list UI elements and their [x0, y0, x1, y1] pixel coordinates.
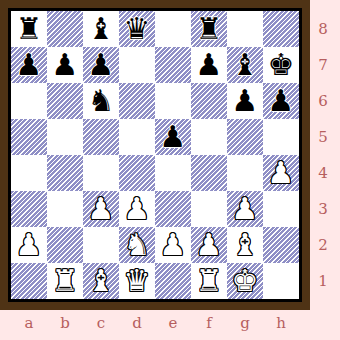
- square-g4[interactable]: [227, 155, 263, 191]
- piece-black-pawn[interactable]: ♟: [52, 47, 79, 83]
- rank-label-3: 3: [310, 191, 336, 227]
- square-a8[interactable]: ♜: [11, 11, 47, 47]
- square-g1[interactable]: ♚: [227, 263, 263, 299]
- square-g5[interactable]: [227, 119, 263, 155]
- square-b5[interactable]: [47, 119, 83, 155]
- piece-black-pawn[interactable]: ♟: [16, 47, 43, 83]
- rank-label-4: 4: [310, 155, 336, 191]
- square-b1[interactable]: ♜: [47, 263, 83, 299]
- square-a1[interactable]: [11, 263, 47, 299]
- board-border: ♜♝♛♜♟♟♟♟♝♚♞♟♟♟♟♟♟♟♟♞♟♟♝♜♝♛♜♚: [0, 0, 310, 310]
- square-a2[interactable]: ♟: [11, 227, 47, 263]
- square-e5[interactable]: ♟: [155, 119, 191, 155]
- file-label-d: d: [119, 310, 155, 336]
- square-e8[interactable]: [155, 11, 191, 47]
- square-e3[interactable]: [155, 191, 191, 227]
- square-b7[interactable]: ♟: [47, 47, 83, 83]
- square-f4[interactable]: [191, 155, 227, 191]
- square-e1[interactable]: [155, 263, 191, 299]
- piece-black-bishop[interactable]: ♝: [232, 47, 259, 83]
- square-c1[interactable]: ♝: [83, 263, 119, 299]
- square-b8[interactable]: [47, 11, 83, 47]
- square-d1[interactable]: ♛: [119, 263, 155, 299]
- piece-white-queen[interactable]: ♛: [124, 263, 151, 299]
- square-d5[interactable]: [119, 119, 155, 155]
- chess-board[interactable]: ♜♝♛♜♟♟♟♟♝♚♞♟♟♟♟♟♟♟♟♞♟♟♝♜♝♛♜♚: [11, 11, 299, 299]
- chess-diagram: ♜♝♛♜♟♟♟♟♝♚♞♟♟♟♟♟♟♟♟♞♟♟♝♜♝♛♜♚ abcdefgh 87…: [0, 0, 340, 340]
- square-f5[interactable]: [191, 119, 227, 155]
- piece-white-bishop[interactable]: ♝: [88, 263, 115, 299]
- file-label-a: a: [11, 310, 47, 336]
- square-c2[interactable]: [83, 227, 119, 263]
- file-label-f: f: [191, 310, 227, 336]
- square-f7[interactable]: ♟: [191, 47, 227, 83]
- file-label-b: b: [47, 310, 83, 336]
- piece-white-pawn[interactable]: ♟: [160, 227, 187, 263]
- square-a7[interactable]: ♟: [11, 47, 47, 83]
- piece-black-king[interactable]: ♚: [268, 47, 295, 83]
- square-a6[interactable]: [11, 83, 47, 119]
- square-g2[interactable]: ♝: [227, 227, 263, 263]
- piece-white-pawn[interactable]: ♟: [124, 191, 151, 227]
- piece-black-pawn[interactable]: ♟: [88, 47, 115, 83]
- piece-white-pawn[interactable]: ♟: [232, 191, 259, 227]
- square-b2[interactable]: [47, 227, 83, 263]
- square-b4[interactable]: [47, 155, 83, 191]
- square-c4[interactable]: [83, 155, 119, 191]
- rank-label-5: 5: [310, 119, 336, 155]
- piece-black-pawn[interactable]: ♟: [268, 83, 295, 119]
- square-c7[interactable]: ♟: [83, 47, 119, 83]
- square-e2[interactable]: ♟: [155, 227, 191, 263]
- square-e4[interactable]: [155, 155, 191, 191]
- piece-white-pawn[interactable]: ♟: [196, 227, 223, 263]
- square-h1[interactable]: [263, 263, 299, 299]
- file-labels: abcdefgh: [11, 310, 299, 336]
- piece-black-bishop[interactable]: ♝: [88, 11, 115, 47]
- square-f2[interactable]: ♟: [191, 227, 227, 263]
- piece-black-rook[interactable]: ♜: [16, 11, 43, 47]
- square-g8[interactable]: [227, 11, 263, 47]
- square-d4[interactable]: [119, 155, 155, 191]
- square-d2[interactable]: ♞: [119, 227, 155, 263]
- square-a3[interactable]: [11, 191, 47, 227]
- square-h6[interactable]: ♟: [263, 83, 299, 119]
- square-g6[interactable]: ♟: [227, 83, 263, 119]
- file-label-c: c: [83, 310, 119, 336]
- square-e7[interactable]: [155, 47, 191, 83]
- square-h8[interactable]: [263, 11, 299, 47]
- piece-white-rook[interactable]: ♜: [52, 263, 79, 299]
- piece-white-pawn[interactable]: ♟: [16, 227, 43, 263]
- square-f8[interactable]: ♜: [191, 11, 227, 47]
- square-d6[interactable]: [119, 83, 155, 119]
- rank-labels: 87654321: [310, 11, 336, 299]
- square-g3[interactable]: ♟: [227, 191, 263, 227]
- square-d3[interactable]: ♟: [119, 191, 155, 227]
- rank-label-7: 7: [310, 47, 336, 83]
- square-f3[interactable]: [191, 191, 227, 227]
- rank-label-2: 2: [310, 227, 336, 263]
- board-inner-frame: ♜♝♛♜♟♟♟♟♝♚♞♟♟♟♟♟♟♟♟♞♟♟♝♜♝♛♜♚: [8, 8, 302, 302]
- square-a4[interactable]: [11, 155, 47, 191]
- file-label-e: e: [155, 310, 191, 336]
- piece-black-pawn[interactable]: ♟: [196, 47, 223, 83]
- square-f6[interactable]: [191, 83, 227, 119]
- piece-black-knight[interactable]: ♞: [88, 83, 115, 119]
- file-label-g: g: [227, 310, 263, 336]
- square-h5[interactable]: [263, 119, 299, 155]
- piece-white-rook[interactable]: ♜: [196, 263, 223, 299]
- piece-white-knight[interactable]: ♞: [124, 227, 151, 263]
- piece-white-king[interactable]: ♚: [232, 263, 259, 299]
- square-c8[interactable]: ♝: [83, 11, 119, 47]
- square-c6[interactable]: ♞: [83, 83, 119, 119]
- square-g7[interactable]: ♝: [227, 47, 263, 83]
- square-b6[interactable]: [47, 83, 83, 119]
- piece-white-pawn[interactable]: ♟: [88, 191, 115, 227]
- square-d8[interactable]: ♛: [119, 11, 155, 47]
- square-c5[interactable]: [83, 119, 119, 155]
- piece-white-bishop[interactable]: ♝: [232, 227, 259, 263]
- piece-black-pawn[interactable]: ♟: [232, 83, 259, 119]
- square-a5[interactable]: [11, 119, 47, 155]
- rank-label-8: 8: [310, 11, 336, 47]
- square-h2[interactable]: [263, 227, 299, 263]
- square-h3[interactable]: [263, 191, 299, 227]
- square-e6[interactable]: [155, 83, 191, 119]
- piece-black-pawn[interactable]: ♟: [160, 119, 187, 155]
- piece-white-pawn[interactable]: ♟: [268, 155, 295, 191]
- rank-label-6: 6: [310, 83, 336, 119]
- square-b3[interactable]: [47, 191, 83, 227]
- square-d7[interactable]: [119, 47, 155, 83]
- square-h4[interactable]: ♟: [263, 155, 299, 191]
- square-h7[interactable]: ♚: [263, 47, 299, 83]
- square-c3[interactable]: ♟: [83, 191, 119, 227]
- file-label-h: h: [263, 310, 299, 336]
- rank-label-1: 1: [310, 263, 336, 299]
- piece-black-queen[interactable]: ♛: [124, 11, 151, 47]
- square-f1[interactable]: ♜: [191, 263, 227, 299]
- piece-black-rook[interactable]: ♜: [196, 11, 223, 47]
